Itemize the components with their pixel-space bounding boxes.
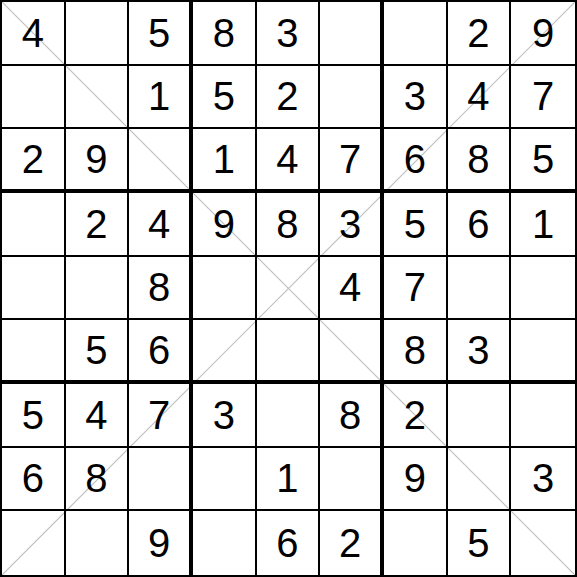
cell-r4c8[interactable]: 6: [448, 193, 512, 257]
cell-r1c9[interactable]: 9: [511, 2, 575, 66]
cell-r8c8[interactable]: [448, 448, 512, 512]
cell-r8c2[interactable]: 8: [66, 448, 130, 512]
cell-r3c5[interactable]: 4: [257, 129, 321, 193]
cell-r3c7[interactable]: 6: [384, 129, 448, 193]
cell-r6c5[interactable]: [257, 320, 321, 384]
cell-r7c8[interactable]: [448, 384, 512, 448]
sudoku-board: 4583291523472914768524983561847568354738…: [0, 0, 577, 577]
cell-r8c7[interactable]: 9: [384, 448, 448, 512]
cell-r8c4[interactable]: [193, 448, 257, 512]
cell-r6c1[interactable]: [2, 320, 66, 384]
cell-r3c4[interactable]: 1: [193, 129, 257, 193]
cell-r4c1[interactable]: [2, 193, 66, 257]
cell-r5c8[interactable]: [448, 257, 512, 321]
cell-r3c2[interactable]: 9: [66, 129, 130, 193]
cell-r7c4[interactable]: 3: [193, 384, 257, 448]
cell-r2c4[interactable]: 5: [193, 66, 257, 130]
cell-r5c7[interactable]: 7: [384, 257, 448, 321]
cell-r1c1[interactable]: 4: [2, 2, 66, 66]
cell-r3c1[interactable]: 2: [2, 129, 66, 193]
cell-r9c1[interactable]: [2, 511, 66, 575]
cell-r6c3[interactable]: 6: [129, 320, 193, 384]
cell-r9c2[interactable]: [66, 511, 130, 575]
cell-r5c5[interactable]: [257, 257, 321, 321]
cell-r5c9[interactable]: [511, 257, 575, 321]
cell-r2c3[interactable]: 1: [129, 66, 193, 130]
cell-r6c4[interactable]: [193, 320, 257, 384]
cell-r3c9[interactable]: 5: [511, 129, 575, 193]
cell-r4c9[interactable]: 1: [511, 193, 575, 257]
cell-r5c1[interactable]: [2, 257, 66, 321]
cell-r8c1[interactable]: 6: [2, 448, 66, 512]
cell-r2c5[interactable]: 2: [257, 66, 321, 130]
cell-r4c3[interactable]: 4: [129, 193, 193, 257]
cell-r7c6[interactable]: 8: [320, 384, 384, 448]
cell-r3c6[interactable]: 7: [320, 129, 384, 193]
sudoku-grid: 4583291523472914768524983561847568354738…: [2, 2, 575, 575]
cell-r7c5[interactable]: [257, 384, 321, 448]
cell-r8c6[interactable]: [320, 448, 384, 512]
cell-r1c4[interactable]: 8: [193, 2, 257, 66]
cell-r2c9[interactable]: 7: [511, 66, 575, 130]
cell-r1c6[interactable]: [320, 2, 384, 66]
cell-r3c3[interactable]: [129, 129, 193, 193]
cell-r9c3[interactable]: 9: [129, 511, 193, 575]
cell-r3c8[interactable]: 8: [448, 129, 512, 193]
cell-r6c2[interactable]: 5: [66, 320, 130, 384]
cell-r7c1[interactable]: 5: [2, 384, 66, 448]
cell-r4c6[interactable]: 3: [320, 193, 384, 257]
cell-r6c6[interactable]: [320, 320, 384, 384]
cell-r9c8[interactable]: 5: [448, 511, 512, 575]
cell-r2c8[interactable]: 4: [448, 66, 512, 130]
cell-r4c7[interactable]: 5: [384, 193, 448, 257]
cell-r5c6[interactable]: 4: [320, 257, 384, 321]
cell-r5c4[interactable]: [193, 257, 257, 321]
cell-r1c7[interactable]: [384, 2, 448, 66]
cell-r9c6[interactable]: 2: [320, 511, 384, 575]
cell-r7c7[interactable]: 2: [384, 384, 448, 448]
cell-r5c3[interactable]: 8: [129, 257, 193, 321]
cell-r4c2[interactable]: 2: [66, 193, 130, 257]
cell-r1c3[interactable]: 5: [129, 2, 193, 66]
cell-r7c9[interactable]: [511, 384, 575, 448]
cell-r2c1[interactable]: [2, 66, 66, 130]
cell-r8c3[interactable]: [129, 448, 193, 512]
cell-r6c9[interactable]: [511, 320, 575, 384]
cell-r7c2[interactable]: 4: [66, 384, 130, 448]
cell-r9c9[interactable]: [511, 511, 575, 575]
cell-r9c5[interactable]: 6: [257, 511, 321, 575]
cell-r1c8[interactable]: 2: [448, 2, 512, 66]
cell-r2c6[interactable]: [320, 66, 384, 130]
cell-r4c5[interactable]: 8: [257, 193, 321, 257]
cell-r9c4[interactable]: [193, 511, 257, 575]
cell-r8c9[interactable]: 3: [511, 448, 575, 512]
cell-r6c7[interactable]: 8: [384, 320, 448, 384]
cell-r9c7[interactable]: [384, 511, 448, 575]
cell-r1c5[interactable]: 3: [257, 2, 321, 66]
cell-r2c2[interactable]: [66, 66, 130, 130]
cell-r2c7[interactable]: 3: [384, 66, 448, 130]
cell-r4c4[interactable]: 9: [193, 193, 257, 257]
cell-r5c2[interactable]: [66, 257, 130, 321]
cell-r7c3[interactable]: 7: [129, 384, 193, 448]
cell-r8c5[interactable]: 1: [257, 448, 321, 512]
cell-r1c2[interactable]: [66, 2, 130, 66]
cell-r6c8[interactable]: 3: [448, 320, 512, 384]
